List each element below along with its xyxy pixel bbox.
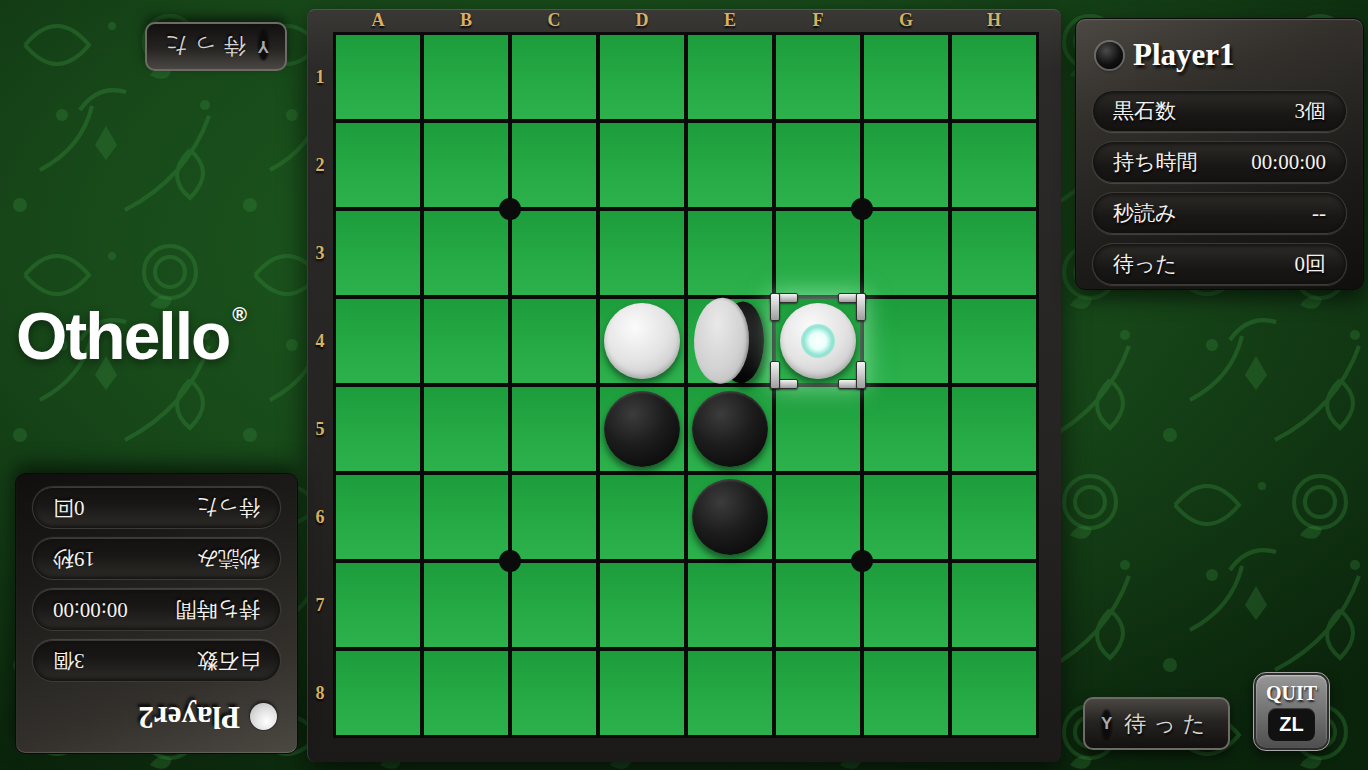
row-label-2: 2: [316, 155, 325, 176]
board-cell-f8[interactable]: [776, 651, 860, 735]
quit-button-label: QUIT: [1266, 682, 1317, 705]
board-cell-h5[interactable]: [952, 387, 1036, 471]
board-cell-d5[interactable]: [600, 387, 684, 471]
board-cell-h4[interactable]: [952, 299, 1036, 383]
board-cell-e7[interactable]: [688, 563, 772, 647]
board-cell-c7[interactable]: [512, 563, 596, 647]
col-label-e: E: [724, 10, 736, 31]
player2-byoyomi-row: 秒読み 19秒: [32, 538, 281, 580]
board-cell-a8[interactable]: [336, 651, 420, 735]
byoyomi-label: 秒読み: [1113, 199, 1177, 227]
board-cell-h3[interactable]: [952, 211, 1036, 295]
quit-button[interactable]: QUIT ZL: [1254, 673, 1329, 750]
player2-panel: Player2 白石数 3個 持ち時間 00:00:00 秒読み 19秒 待った…: [15, 473, 298, 754]
board-cell-e2[interactable]: [688, 123, 772, 207]
board-cell-e3[interactable]: [688, 211, 772, 295]
board-cell-e8[interactable]: [688, 651, 772, 735]
row-label-6: 6: [316, 507, 325, 528]
col-label-b: B: [460, 10, 472, 31]
player2-undo-row: 待った 0回: [32, 487, 281, 529]
undo-label: 待った: [1113, 250, 1177, 278]
player2-name: Player2: [138, 699, 240, 735]
board-guide-dot: [499, 550, 521, 572]
board-cell-d7[interactable]: [600, 563, 684, 647]
board-cell-f2[interactable]: [776, 123, 860, 207]
col-label-g: G: [899, 10, 913, 31]
board-cell-a5[interactable]: [336, 387, 420, 471]
time-value: 00:00:00: [53, 598, 128, 623]
board-cell-g8[interactable]: [864, 651, 948, 735]
board-cell-g6[interactable]: [864, 475, 948, 559]
time-label: 持ち時間: [176, 596, 261, 624]
board-cell-c8[interactable]: [512, 651, 596, 735]
board-cell-g7[interactable]: [864, 563, 948, 647]
board-guide-dot: [499, 198, 521, 220]
flipping-disc: [693, 297, 768, 385]
black-disc: [604, 391, 680, 467]
board-cell-g3[interactable]: [864, 211, 948, 295]
board-cell-b2[interactable]: [424, 123, 508, 207]
white-disc-icon: [250, 704, 277, 731]
board-cell-d8[interactable]: [600, 651, 684, 735]
row-label-3: 3: [316, 243, 325, 264]
board-cell-d2[interactable]: [600, 123, 684, 207]
board-cell-a7[interactable]: [336, 563, 420, 647]
board-cell-h8[interactable]: [952, 651, 1036, 735]
board-cell-f4[interactable]: [776, 299, 860, 383]
undo-value: 0回: [53, 494, 85, 522]
undo-label: 待った: [196, 494, 260, 522]
cursor-bracket-bl: [770, 363, 796, 389]
board-cell-b1[interactable]: [424, 35, 508, 119]
board-cell-g2[interactable]: [864, 123, 948, 207]
board-cell-h2[interactable]: [952, 123, 1036, 207]
cursor-bracket-tl: [770, 293, 796, 319]
time-label: 持ち時間: [1113, 148, 1198, 176]
board-cell-d6[interactable]: [600, 475, 684, 559]
board-cell-e5[interactable]: [688, 387, 772, 471]
board-grid: [333, 32, 1039, 738]
registered-mark: ®: [232, 303, 247, 325]
board-cell-a4[interactable]: [336, 299, 420, 383]
board-cell-h7[interactable]: [952, 563, 1036, 647]
board-cell-c5[interactable]: [512, 387, 596, 471]
board-cell-c6[interactable]: [512, 475, 596, 559]
game-screen: Othello® ABCDEFGH12345678 Player1 黒石数 3個…: [0, 0, 1368, 770]
board-cell-f1[interactable]: [776, 35, 860, 119]
board-frame: ABCDEFGH12345678: [307, 9, 1061, 762]
board-cell-f3[interactable]: [776, 211, 860, 295]
row-label-4: 4: [316, 331, 325, 352]
black-disc: [692, 479, 768, 555]
board-cell-f5[interactable]: [776, 387, 860, 471]
white-count-value: 3個: [53, 647, 85, 675]
player1-black-count-row: 黒石数 3個: [1092, 90, 1347, 132]
board-cell-c2[interactable]: [512, 123, 596, 207]
board-guide-dot: [851, 550, 873, 572]
board-cell-e4[interactable]: [688, 299, 772, 383]
board-cell-b4[interactable]: [424, 299, 508, 383]
board-cell-a3[interactable]: [336, 211, 420, 295]
player1-time-row: 持ち時間 00:00:00: [1092, 141, 1347, 183]
board-cell-e6[interactable]: [688, 475, 772, 559]
board-cell-e1[interactable]: [688, 35, 772, 119]
black-count-label: 黒石数: [1113, 97, 1176, 125]
byoyomi-value: 19秒: [53, 545, 95, 573]
board-cell-b8[interactable]: [424, 651, 508, 735]
white-disc: [604, 303, 680, 379]
board-cell-c4[interactable]: [512, 299, 596, 383]
row-label-8: 8: [316, 683, 325, 704]
matta-button-label: 待った: [158, 32, 246, 62]
board-cell-f7[interactable]: [776, 563, 860, 647]
placement-glow: [801, 324, 835, 358]
player1-header: Player1: [1092, 29, 1347, 81]
cursor-bracket-br: [840, 363, 866, 389]
board-cell-g5[interactable]: [864, 387, 948, 471]
board-cell-c3[interactable]: [512, 211, 596, 295]
board-cell-d3[interactable]: [600, 211, 684, 295]
board-cell-h6[interactable]: [952, 475, 1036, 559]
board-cell-b5[interactable]: [424, 387, 508, 471]
othello-logo: Othello®: [16, 298, 247, 374]
board-cell-d1[interactable]: [600, 35, 684, 119]
player2-white-count-row: 白石数 3個: [32, 640, 281, 682]
row-label-1: 1: [316, 67, 325, 88]
black-disc-icon: [1096, 42, 1123, 69]
col-label-d: D: [636, 10, 649, 31]
player2-time-row: 持ち時間 00:00:00: [32, 589, 281, 631]
col-label-h: H: [987, 10, 1001, 31]
player2-header: Player2: [32, 691, 281, 743]
board-cell-a6[interactable]: [336, 475, 420, 559]
matta-button-player1[interactable]: Y 待った: [1083, 697, 1230, 750]
matta-button-label: 待った: [1124, 709, 1212, 739]
board-cell-a2[interactable]: [336, 123, 420, 207]
board-cell-d4[interactable]: [600, 299, 684, 383]
row-label-7: 7: [316, 595, 325, 616]
board-cell-g4[interactable]: [864, 299, 948, 383]
player1-panel: Player1 黒石数 3個 持ち時間 00:00:00 秒読み -- 待った …: [1075, 18, 1364, 290]
time-value: 00:00:00: [1251, 150, 1326, 175]
undo-value: 0回: [1295, 250, 1327, 278]
black-disc: [692, 391, 768, 467]
board-cell-b3[interactable]: [424, 211, 508, 295]
board-cell-h1[interactable]: [952, 35, 1036, 119]
black-count-value: 3個: [1295, 97, 1327, 125]
col-label-c: C: [548, 10, 561, 31]
player1-undo-row: 待った 0回: [1092, 243, 1347, 285]
matta-button-player2[interactable]: Y 待った: [145, 22, 287, 71]
white-count-label: 白石数: [197, 647, 260, 675]
col-label-a: A: [372, 10, 385, 31]
board-cell-b6[interactable]: [424, 475, 508, 559]
board-cell-a1[interactable]: [336, 35, 420, 119]
board-cell-b7[interactable]: [424, 563, 508, 647]
y-button-icon: Y: [1101, 709, 1112, 739]
byoyomi-value: --: [1312, 201, 1326, 226]
player1-name: Player1: [1133, 37, 1235, 73]
board-cell-g1[interactable]: [864, 35, 948, 119]
cursor-bracket-tr: [840, 293, 866, 319]
board-guide-dot: [851, 198, 873, 220]
row-label-5: 5: [316, 419, 325, 440]
y-button-icon: Y: [258, 32, 269, 62]
board-cell-f6[interactable]: [776, 475, 860, 559]
zl-button-icon: ZL: [1268, 708, 1315, 741]
byoyomi-label: 秒読み: [197, 545, 261, 573]
board-cell-c1[interactable]: [512, 35, 596, 119]
col-label-f: F: [813, 10, 824, 31]
othello-logo-text: Othello: [16, 299, 229, 373]
player1-byoyomi-row: 秒読み --: [1092, 192, 1347, 234]
